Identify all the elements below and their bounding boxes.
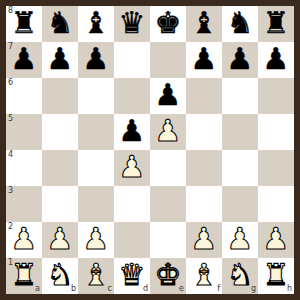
chess-board-frame: 8♜♞♝♛♚♝♞♜7♟♟♟♟♟♟6♟5♟♟4♟32♟♟♟♟♟♟1a♜b♞c♝d♛… [0,0,300,300]
white-queen-d1[interactable]: ♛ [119,260,146,290]
white-pawn-c2[interactable]: ♟ [83,224,110,254]
rank-label-4: 4 [8,151,13,159]
black-pawn-c7[interactable]: ♟ [83,44,110,74]
square-f5[interactable] [186,114,222,150]
square-f8[interactable]: ♝ [186,6,222,42]
square-d4[interactable]: ♟ [114,150,150,186]
square-g8[interactable]: ♞ [222,6,258,42]
square-b1[interactable]: b♞ [42,258,78,294]
square-b2[interactable]: ♟ [42,222,78,258]
black-rook-h8[interactable]: ♜ [263,8,290,38]
square-e1[interactable]: e♚ [150,258,186,294]
square-h5[interactable] [258,114,294,150]
rank-label-5: 5 [8,115,13,123]
square-c4[interactable] [78,150,114,186]
white-bishop-f1[interactable]: ♝ [191,260,218,290]
square-a6[interactable]: 6 [6,78,42,114]
square-h4[interactable] [258,150,294,186]
square-c7[interactable]: ♟ [78,42,114,78]
square-d5[interactable]: ♟ [114,114,150,150]
square-c8[interactable]: ♝ [78,6,114,42]
black-pawn-d5[interactable]: ♟ [119,116,146,146]
square-a1[interactable]: 1a♜ [6,258,42,294]
square-e4[interactable] [150,150,186,186]
square-c6[interactable] [78,78,114,114]
square-c1[interactable]: c♝ [78,258,114,294]
square-f1[interactable]: f♝ [186,258,222,294]
chess-board: 8♜♞♝♛♚♝♞♜7♟♟♟♟♟♟6♟5♟♟4♟32♟♟♟♟♟♟1a♜b♞c♝d♛… [6,6,294,294]
square-e2[interactable] [150,222,186,258]
square-g1[interactable]: g♞ [222,258,258,294]
square-b8[interactable]: ♞ [42,6,78,42]
rank-label-6: 6 [8,79,13,87]
square-f6[interactable] [186,78,222,114]
black-rook-a8[interactable]: ♜ [11,8,38,38]
square-e3[interactable] [150,186,186,222]
white-knight-b1[interactable]: ♞ [47,260,74,290]
square-b7[interactable]: ♟ [42,42,78,78]
black-king-e8[interactable]: ♚ [155,8,182,38]
black-pawn-f7[interactable]: ♟ [191,44,218,74]
white-pawn-f2[interactable]: ♟ [191,224,218,254]
square-b4[interactable] [42,150,78,186]
square-h8[interactable]: ♜ [258,6,294,42]
square-e8[interactable]: ♚ [150,6,186,42]
black-pawn-g7[interactable]: ♟ [227,44,254,74]
white-rook-h1[interactable]: ♜ [263,260,290,290]
square-g2[interactable]: ♟ [222,222,258,258]
square-d1[interactable]: d♛ [114,258,150,294]
black-pawn-e6[interactable]: ♟ [155,80,182,110]
square-h3[interactable] [258,186,294,222]
square-a4[interactable]: 4 [6,150,42,186]
black-knight-b8[interactable]: ♞ [47,8,74,38]
white-pawn-g2[interactable]: ♟ [227,224,254,254]
square-a5[interactable]: 5 [6,114,42,150]
file-label-f: f [217,285,220,293]
square-d6[interactable] [114,78,150,114]
square-f7[interactable]: ♟ [186,42,222,78]
square-h2[interactable]: ♟ [258,222,294,258]
white-pawn-a2[interactable]: ♟ [11,224,38,254]
square-h7[interactable]: ♟ [258,42,294,78]
square-c5[interactable] [78,114,114,150]
white-pawn-d4[interactable]: ♟ [119,152,146,182]
square-g6[interactable] [222,78,258,114]
white-knight-g1[interactable]: ♞ [227,260,254,290]
square-b6[interactable] [42,78,78,114]
square-f4[interactable] [186,150,222,186]
white-bishop-c1[interactable]: ♝ [83,260,110,290]
square-a8[interactable]: 8♜ [6,6,42,42]
square-f2[interactable]: ♟ [186,222,222,258]
black-pawn-h7[interactable]: ♟ [263,44,290,74]
square-c3[interactable] [78,186,114,222]
square-a7[interactable]: 7♟ [6,42,42,78]
white-pawn-b2[interactable]: ♟ [47,224,74,254]
square-d7[interactable] [114,42,150,78]
square-d2[interactable] [114,222,150,258]
square-a3[interactable]: 3 [6,186,42,222]
square-c2[interactable]: ♟ [78,222,114,258]
square-e5[interactable]: ♟ [150,114,186,150]
white-king-e1[interactable]: ♚ [155,260,182,290]
square-b3[interactable] [42,186,78,222]
square-g3[interactable] [222,186,258,222]
white-pawn-e5[interactable]: ♟ [155,116,182,146]
black-bishop-f8[interactable]: ♝ [191,8,218,38]
black-pawn-a7[interactable]: ♟ [11,44,38,74]
square-g4[interactable] [222,150,258,186]
square-d3[interactable] [114,186,150,222]
square-f3[interactable] [186,186,222,222]
white-pawn-h2[interactable]: ♟ [263,224,290,254]
square-g7[interactable]: ♟ [222,42,258,78]
square-b5[interactable] [42,114,78,150]
white-rook-a1[interactable]: ♜ [11,260,38,290]
square-a2[interactable]: 2♟ [6,222,42,258]
square-g5[interactable] [222,114,258,150]
black-queen-d8[interactable]: ♛ [119,8,146,38]
black-knight-g8[interactable]: ♞ [227,8,254,38]
square-e6[interactable]: ♟ [150,78,186,114]
rank-label-3: 3 [8,187,13,195]
square-h6[interactable] [258,78,294,114]
square-e7[interactable] [150,42,186,78]
square-d8[interactable]: ♛ [114,6,150,42]
black-pawn-b7[interactable]: ♟ [47,44,74,74]
black-bishop-c8[interactable]: ♝ [83,8,110,38]
square-h1[interactable]: h♜ [258,258,294,294]
